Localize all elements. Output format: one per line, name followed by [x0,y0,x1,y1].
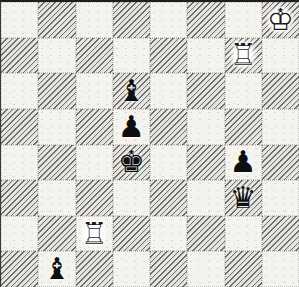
square-h6 [262,73,299,109]
black-king-d4: ♚ [118,147,145,177]
square-d1 [113,251,150,287]
square-b6 [38,73,75,109]
square-h5 [262,109,299,145]
square-d7 [113,38,150,74]
square-c8 [76,2,113,38]
black-bishop-d6: ♝ [118,76,145,106]
white-king-h8: ♔ [267,5,294,35]
square-f1 [187,251,224,287]
square-g5 [225,109,262,145]
square-d5: ♟ [113,109,150,145]
square-a8 [1,2,38,38]
square-h4 [262,145,299,181]
black-pawn-g4: ♟ [230,147,257,177]
square-a1 [1,251,38,287]
square-c7 [76,38,113,74]
square-g2 [225,216,262,252]
square-a2 [1,216,38,252]
square-e2 [150,216,187,252]
square-b8 [38,2,75,38]
black-queen-g3: ♛ [230,183,257,213]
square-b2 [38,216,75,252]
square-b7 [38,38,75,74]
square-a5 [1,109,38,145]
chess-board: ♔♖♝♟♚♟♛♖♝ [1,2,299,287]
square-c4 [76,145,113,181]
square-h3 [262,180,299,216]
square-e4 [150,145,187,181]
square-c5 [76,109,113,145]
square-h1 [262,251,299,287]
square-g6 [225,73,262,109]
black-pawn-d5: ♟ [118,112,145,142]
square-e1 [150,251,187,287]
chess-diagram: ♔♖♝♟♚♟♛♖♝ [0,0,299,287]
square-f4 [187,145,224,181]
square-e3 [150,180,187,216]
square-c1 [76,251,113,287]
square-b4 [38,145,75,181]
square-f3 [187,180,224,216]
square-g7: ♖ [225,38,262,74]
black-bishop-b1: ♝ [43,254,70,284]
square-c6 [76,73,113,109]
square-d4: ♚ [113,145,150,181]
square-d6: ♝ [113,73,150,109]
square-e6 [150,73,187,109]
square-d8 [113,2,150,38]
square-h2 [262,216,299,252]
square-f7 [187,38,224,74]
square-a6 [1,73,38,109]
square-f5 [187,109,224,145]
square-f8 [187,2,224,38]
white-rook-c2: ♖ [81,219,108,249]
square-g4: ♟ [225,145,262,181]
square-c3 [76,180,113,216]
white-rook-g7: ♖ [230,40,257,70]
square-d2 [113,216,150,252]
square-h7 [262,38,299,74]
square-g3: ♛ [225,180,262,216]
square-g8 [225,2,262,38]
square-a4 [1,145,38,181]
square-b1: ♝ [38,251,75,287]
square-a7 [1,38,38,74]
square-b5 [38,109,75,145]
square-d3 [113,180,150,216]
square-e8 [150,2,187,38]
square-b3 [38,180,75,216]
square-e5 [150,109,187,145]
square-f2 [187,216,224,252]
square-f6 [187,73,224,109]
square-e7 [150,38,187,74]
square-a3 [1,180,38,216]
square-g1 [225,251,262,287]
square-h8: ♔ [262,2,299,38]
square-c2: ♖ [76,216,113,252]
